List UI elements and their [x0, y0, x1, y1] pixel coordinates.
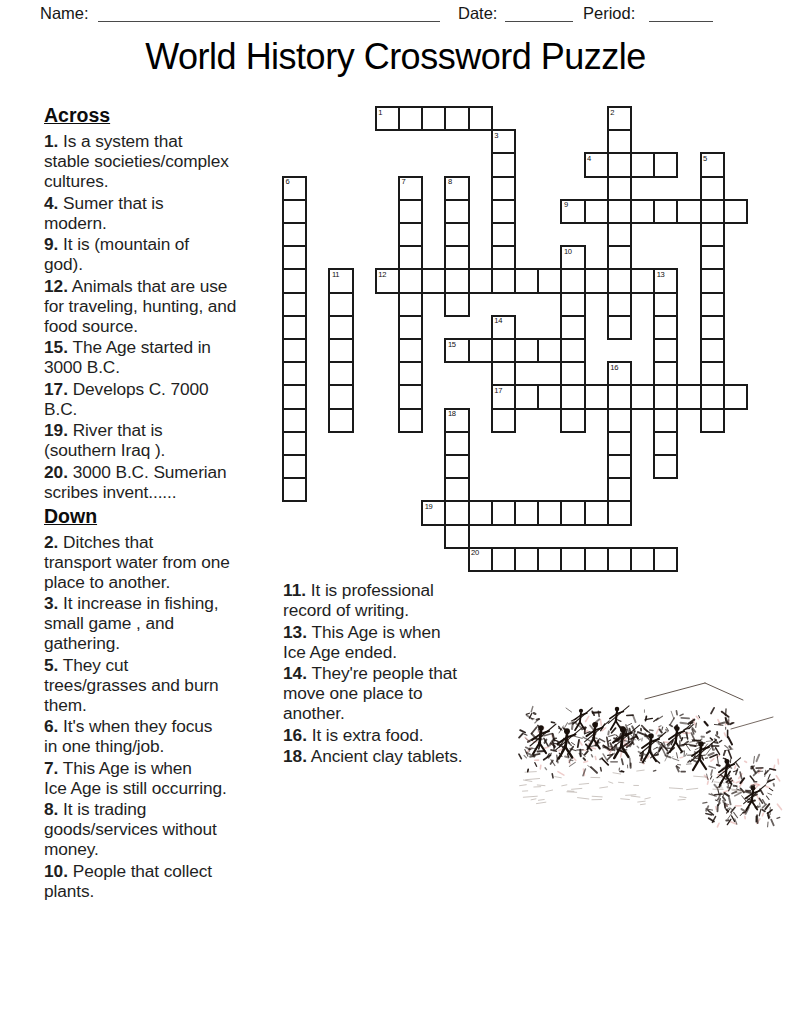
cell-r4c7[interactable]: [444, 199, 469, 224]
cell-r8c7[interactable]: [444, 292, 469, 317]
cell-r12c16[interactable]: [653, 384, 678, 409]
cell-r11c0[interactable]: [282, 361, 307, 386]
cell-r6c9[interactable]: [491, 245, 516, 270]
cell-r14c0[interactable]: [282, 431, 307, 456]
cell-r12c11[interactable]: [537, 384, 562, 409]
clue-1: 1. Is a system thatstable societies/comp…: [44, 131, 288, 191]
cell-r17c11[interactable]: [537, 500, 562, 525]
cell-r8c5[interactable]: [398, 292, 423, 317]
cell-r13c18[interactable]: [700, 408, 725, 433]
cell-r2c14[interactable]: [607, 152, 632, 177]
cell-r12c2[interactable]: [328, 384, 353, 409]
cell-r8c2[interactable]: [328, 292, 353, 317]
cell-r4c16[interactable]: [653, 199, 678, 224]
clue-12: 12. Animals that are usefor traveling, h…: [44, 276, 288, 336]
cell-r17c8[interactable]: [468, 500, 493, 525]
cell-r6c18[interactable]: [700, 245, 725, 270]
clue-6: 6. It's when they focusin one thing/job.: [44, 716, 288, 756]
period-blank-line: [649, 20, 713, 22]
cell-r5c18[interactable]: [700, 222, 725, 247]
cell-r17c10[interactable]: [514, 500, 539, 525]
cell-r6c14[interactable]: [607, 245, 632, 270]
clues-left-column: Across 1. Is a system thatstable societi…: [44, 104, 288, 902]
cell-r16c14[interactable]: [607, 477, 632, 502]
cell-r19c10[interactable]: [514, 547, 539, 572]
cell-r10c8[interactable]: [468, 338, 493, 363]
cell-number-12: 12: [378, 271, 386, 279]
cell-number-15: 15: [448, 341, 456, 349]
cell-r12c14[interactable]: [607, 384, 632, 409]
cell-r4c18[interactable]: [700, 199, 725, 224]
period-label: Period:: [583, 4, 635, 23]
cell-r7c10[interactable]: [514, 268, 539, 293]
cell-number-1: 1: [378, 109, 382, 117]
cell-r11c18[interactable]: [700, 361, 725, 386]
clue-5: 5. They cuttrees/grasses and burnthem.: [44, 655, 288, 715]
cell-r11c9[interactable]: [491, 361, 516, 386]
cell-r14c7[interactable]: [444, 431, 469, 456]
cell-r12c17[interactable]: [676, 384, 701, 409]
cell-r9c5[interactable]: [398, 315, 423, 340]
clue-19: 19. River that is(southern Iraq ).: [44, 420, 288, 460]
cell-r3c18[interactable]: [700, 176, 725, 201]
cell-r16c7[interactable]: [444, 477, 469, 502]
across-clues: 1. Is a system thatstable societies/comp…: [44, 131, 288, 502]
clue-11: 11. It is professionalrecord of writing.: [283, 580, 499, 620]
name-label: Name:: [40, 4, 89, 23]
down-clues-left: 2. Ditches thattransport water from onep…: [44, 532, 288, 901]
cell-r12c18[interactable]: [700, 384, 725, 409]
cell-r11c12[interactable]: [560, 361, 585, 386]
cell-number-4: 4: [587, 155, 591, 163]
cell-r0c8[interactable]: [468, 106, 493, 131]
hunting-scene-illustration: [505, 643, 790, 838]
cell-r7c0[interactable]: [282, 268, 307, 293]
name-blank-line: [98, 20, 440, 22]
cell-r12c10[interactable]: [514, 384, 539, 409]
cell-r12c5[interactable]: [398, 384, 423, 409]
cell-r0c7[interactable]: [444, 106, 469, 131]
cell-r2c13[interactable]: 4: [584, 152, 609, 177]
cell-number-9: 9: [564, 201, 568, 209]
cell-r19c11[interactable]: [537, 547, 562, 572]
cell-number-2: 2: [610, 109, 614, 117]
crossword-grid: 1234567891011121314151617181920: [282, 106, 748, 572]
clue-8: 8. It is tradinggoods/services withoutmo…: [44, 799, 288, 859]
cell-r10c16[interactable]: [653, 338, 678, 363]
cell-r13c5[interactable]: [398, 408, 423, 433]
cell-r7c12[interactable]: [560, 268, 585, 293]
cell-r7c2[interactable]: 11: [328, 268, 353, 293]
cell-number-3: 3: [494, 132, 498, 140]
cell-r19c14[interactable]: [607, 547, 632, 572]
cell-r4c13[interactable]: [584, 199, 609, 224]
page-title: World History Crossword Puzzle: [0, 36, 791, 78]
cell-r10c18[interactable]: [700, 338, 725, 363]
cell-r2c15[interactable]: [630, 152, 655, 177]
cell-number-6: 6: [286, 178, 290, 186]
cell-r1c14[interactable]: [607, 129, 632, 154]
cell-r11c2[interactable]: [328, 361, 353, 386]
cell-r11c16[interactable]: [653, 361, 678, 386]
cell-r15c0[interactable]: [282, 454, 307, 479]
cell-r9c9[interactable]: 14: [491, 315, 516, 340]
clues-middle-column: 11. It is professionalrecord of writing.…: [283, 580, 499, 768]
down-heading: Down: [44, 505, 288, 528]
cell-r19c9[interactable]: [491, 547, 516, 572]
cell-r7c4[interactable]: 12: [375, 268, 400, 293]
cell-r15c16[interactable]: [653, 454, 678, 479]
cell-r0c5[interactable]: [398, 106, 423, 131]
worksheet-page: Name: Date: Period: World History Crossw…: [0, 0, 791, 1024]
cell-r4c5[interactable]: [398, 199, 423, 224]
cell-r10c5[interactable]: [398, 338, 423, 363]
cell-r10c2[interactable]: [328, 338, 353, 363]
cell-r4c0[interactable]: [282, 199, 307, 224]
cell-number-10: 10: [564, 248, 572, 256]
cell-r7c8[interactable]: [468, 268, 493, 293]
cell-r13c7[interactable]: 18: [444, 408, 469, 433]
cell-r9c18[interactable]: [700, 315, 725, 340]
cell-r19c8[interactable]: 20: [468, 547, 493, 572]
cell-r2c16[interactable]: [653, 152, 678, 177]
cell-r9c14[interactable]: [607, 315, 632, 340]
cell-r12c19[interactable]: [723, 384, 748, 409]
cell-r9c16[interactable]: [653, 315, 678, 340]
cell-r17c6[interactable]: 19: [421, 500, 446, 525]
cell-r14c16[interactable]: [653, 431, 678, 456]
clue-4: 4. Sumer that ismodern.: [44, 193, 288, 233]
cell-r13c12[interactable]: [560, 408, 585, 433]
cell-r17c7[interactable]: [444, 500, 469, 525]
cell-r3c7[interactable]: 8: [444, 176, 469, 201]
cell-r7c9[interactable]: [491, 268, 516, 293]
cell-r8c18[interactable]: [700, 292, 725, 317]
clue-7: 7. This Age is whenIce Age is still occu…: [44, 758, 288, 798]
cell-number-7: 7: [402, 178, 406, 186]
cell-r10c11[interactable]: [537, 338, 562, 363]
cell-r10c9[interactable]: [491, 338, 516, 363]
across-heading: Across: [44, 104, 288, 127]
cell-r7c14[interactable]: [607, 268, 632, 293]
cell-number-17: 17: [494, 387, 502, 395]
cell-r13c9[interactable]: [491, 408, 516, 433]
cell-number-8: 8: [448, 178, 452, 186]
cell-r10c10[interactable]: [514, 338, 539, 363]
date-label: Date:: [458, 4, 497, 23]
cell-r6c12[interactable]: 10: [560, 245, 585, 270]
cell-r7c11[interactable]: [537, 268, 562, 293]
cell-r4c15[interactable]: [630, 199, 655, 224]
cell-r7c16[interactable]: 13: [653, 268, 678, 293]
cell-r9c12[interactable]: [560, 315, 585, 340]
cell-r0c4[interactable]: 1: [375, 106, 400, 131]
clue-9: 9. It is (mountain ofgod).: [44, 234, 288, 274]
cell-r7c7[interactable]: [444, 268, 469, 293]
cell-r12c15[interactable]: [630, 384, 655, 409]
cell-r8c16[interactable]: [653, 292, 678, 317]
date-blank-line: [505, 20, 573, 22]
cell-r0c6[interactable]: [421, 106, 446, 131]
cell-r15c14[interactable]: [607, 454, 632, 479]
cell-number-19: 19: [425, 503, 433, 511]
cell-r4c9[interactable]: [491, 199, 516, 224]
cell-r5c7[interactable]: [444, 222, 469, 247]
cell-r8c14[interactable]: [607, 292, 632, 317]
cell-r7c6[interactable]: [421, 268, 446, 293]
cell-r17c9[interactable]: [491, 500, 516, 525]
cell-r9c0[interactable]: [282, 315, 307, 340]
cell-r12c12[interactable]: [560, 384, 585, 409]
cell-r19c12[interactable]: [560, 547, 585, 572]
clue-15: 15. The Age started in3000 B.C.: [44, 337, 288, 377]
cell-r10c0[interactable]: [282, 338, 307, 363]
clue-18: 18. Ancient clay tablets.: [283, 746, 499, 766]
cell-r12c13[interactable]: [584, 384, 609, 409]
cell-r5c9[interactable]: [491, 222, 516, 247]
cell-r19c15[interactable]: [630, 547, 655, 572]
cell-r18c7[interactable]: [444, 524, 469, 549]
down-clues-right: 11. It is professionalrecord of writing.…: [283, 580, 499, 766]
cell-r10c7[interactable]: 15: [444, 338, 469, 363]
cell-r10c12[interactable]: [560, 338, 585, 363]
clue-14: 14. They're people thatmove one place to…: [283, 663, 499, 723]
cell-r19c16[interactable]: [653, 547, 678, 572]
cell-r14c14[interactable]: [607, 431, 632, 456]
cell-r13c16[interactable]: [653, 408, 678, 433]
cell-r7c13[interactable]: [584, 268, 609, 293]
cell-r13c14[interactable]: [607, 408, 632, 433]
cell-r17c13[interactable]: [584, 500, 609, 525]
cell-r8c0[interactable]: [282, 292, 307, 317]
clue-17: 17. Develops C. 7000B.C.: [44, 379, 288, 419]
cell-r3c14[interactable]: [607, 176, 632, 201]
cell-number-20: 20: [471, 549, 479, 557]
cell-number-5: 5: [703, 155, 707, 163]
cell-r13c2[interactable]: [328, 408, 353, 433]
cell-r6c5[interactable]: [398, 245, 423, 270]
cell-r19c13[interactable]: [584, 547, 609, 572]
clue-10: 10. People that collectplants.: [44, 861, 288, 901]
cell-r1c9[interactable]: 3: [491, 129, 516, 154]
cell-r2c9[interactable]: [491, 152, 516, 177]
cell-r16c0[interactable]: [282, 477, 307, 502]
cell-r12c0[interactable]: [282, 384, 307, 409]
cell-r17c14[interactable]: [607, 500, 632, 525]
cell-number-18: 18: [448, 410, 456, 418]
cell-r12c9[interactable]: 17: [491, 384, 516, 409]
cell-r11c14[interactable]: 16: [607, 361, 632, 386]
clue-13: 13. This Age is whenIce Age ended.: [283, 622, 499, 662]
cell-r11c5[interactable]: [398, 361, 423, 386]
cell-r9c2[interactable]: [328, 315, 353, 340]
cell-number-16: 16: [610, 364, 618, 372]
cell-r3c9[interactable]: [491, 176, 516, 201]
clue-20: 20. 3000 B.C. Sumerianscribes invent....…: [44, 462, 288, 502]
cell-r7c5[interactable]: [398, 268, 423, 293]
cell-r8c12[interactable]: [560, 292, 585, 317]
cell-r4c14[interactable]: [607, 199, 632, 224]
clue-16: 16. It is extra food.: [283, 725, 499, 745]
cell-r0c14[interactable]: 2: [607, 106, 632, 131]
cell-number-14: 14: [494, 317, 502, 325]
cell-r5c5[interactable]: [398, 222, 423, 247]
cell-r4c17[interactable]: [676, 199, 701, 224]
cell-r15c7[interactable]: [444, 454, 469, 479]
cell-r4c19[interactable]: [723, 199, 748, 224]
cell-r4c12[interactable]: 9: [560, 199, 585, 224]
cell-r3c0[interactable]: 6: [282, 176, 307, 201]
cell-number-11: 11: [332, 271, 339, 279]
cell-r13c0[interactable]: [282, 408, 307, 433]
clue-3: 3. It increase in fishing,small game , a…: [44, 593, 288, 653]
cell-r3c5[interactable]: 7: [398, 176, 423, 201]
cell-r6c7[interactable]: [444, 245, 469, 270]
cell-r6c0[interactable]: [282, 245, 307, 270]
cell-r7c18[interactable]: [700, 268, 725, 293]
cell-r5c14[interactable]: [607, 222, 632, 247]
cell-r5c0[interactable]: [282, 222, 307, 247]
cell-number-13: 13: [657, 271, 665, 279]
clue-2: 2. Ditches thattransport water from onep…: [44, 532, 288, 592]
cell-r17c12[interactable]: [560, 500, 585, 525]
cell-r7c15[interactable]: [630, 268, 655, 293]
cell-r2c18[interactable]: 5: [700, 152, 725, 177]
